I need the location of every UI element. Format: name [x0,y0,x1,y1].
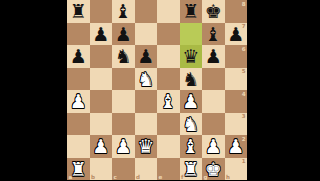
square-d4[interactable] [135,90,158,113]
square-c2[interactable]: ♟ [112,135,135,158]
piece-white-rook[interactable]: ♜ [67,158,90,181]
square-d1[interactable]: d [135,158,158,181]
square-g5[interactable] [202,68,225,91]
square-a3[interactable] [67,113,90,136]
file-label-h: h [226,174,230,180]
square-g1[interactable]: g♚ [202,158,225,181]
square-g7[interactable]: ♝ [202,23,225,46]
square-g4[interactable] [202,90,225,113]
square-e6[interactable] [157,45,180,68]
piece-white-pawn[interactable]: ♟ [225,135,248,158]
board-stage: ♜♝♜♚8♟♟♝7♟♟♞♟♛♟6♞♞5♟♝♟4♞3♟♟♛♝♟2♟a♜bcdef♜… [0,0,320,180]
file-label-b: b [91,174,95,180]
square-a1[interactable]: a♜ [67,158,90,181]
piece-white-pawn[interactable]: ♟ [67,90,90,113]
piece-black-rook[interactable]: ♜ [180,0,203,23]
square-h6[interactable]: 6 [225,45,248,68]
square-b4[interactable] [90,90,113,113]
square-e2[interactable] [157,135,180,158]
square-h2[interactable]: 2♟ [225,135,248,158]
piece-white-pawn[interactable]: ♟ [112,135,135,158]
square-g8[interactable]: ♚ [202,0,225,23]
square-c3[interactable] [112,113,135,136]
square-g6[interactable]: ♟ [202,45,225,68]
piece-black-pawn[interactable]: ♟ [225,23,248,46]
square-c4[interactable] [112,90,135,113]
square-a7[interactable] [67,23,90,46]
square-b1[interactable]: b [90,158,113,181]
square-f4[interactable]: ♟ [180,90,203,113]
square-b7[interactable]: ♟ [90,23,113,46]
piece-white-king[interactable]: ♚ [202,158,225,181]
square-c7[interactable]: ♟ [112,23,135,46]
square-e1[interactable]: e [157,158,180,181]
piece-black-pawn[interactable]: ♟ [90,23,113,46]
square-a5[interactable] [67,68,90,91]
square-f1[interactable]: f♜ [180,158,203,181]
square-c1[interactable]: c [112,158,135,181]
piece-black-pawn[interactable]: ♟ [202,45,225,68]
piece-black-bishop[interactable]: ♝ [112,0,135,23]
square-a2[interactable] [67,135,90,158]
piece-black-pawn[interactable]: ♟ [112,23,135,46]
piece-white-knight[interactable]: ♞ [135,68,158,91]
chess-board: ♜♝♜♚8♟♟♝7♟♟♞♟♛♟6♞♞5♟♝♟4♞3♟♟♛♝♟2♟a♜bcdef♜… [67,0,247,180]
piece-white-rook[interactable]: ♜ [180,158,203,181]
file-label-e: e [159,174,163,180]
square-e5[interactable] [157,68,180,91]
square-h7[interactable]: 7♟ [225,23,248,46]
piece-black-knight[interactable]: ♞ [180,68,203,91]
square-b5[interactable] [90,68,113,91]
square-h8[interactable]: 8 [225,0,248,23]
piece-white-pawn[interactable]: ♟ [202,135,225,158]
rank-label-1: 1 [242,158,246,164]
square-c6[interactable]: ♞ [112,45,135,68]
square-e4[interactable]: ♝ [157,90,180,113]
rank-label-4: 4 [242,91,246,97]
square-c5[interactable] [112,68,135,91]
square-h1[interactable]: 1h [225,158,248,181]
piece-black-knight[interactable]: ♞ [112,45,135,68]
rank-label-6: 6 [242,46,246,52]
square-g2[interactable]: ♟ [202,135,225,158]
file-label-d: d [136,174,140,180]
square-e8[interactable] [157,0,180,23]
square-f6[interactable]: ♛ [180,45,203,68]
square-c8[interactable]: ♝ [112,0,135,23]
square-b6[interactable] [90,45,113,68]
square-a8[interactable]: ♜ [67,0,90,23]
square-e3[interactable] [157,113,180,136]
square-h3[interactable]: 3 [225,113,248,136]
square-d6[interactable]: ♟ [135,45,158,68]
square-b2[interactable]: ♟ [90,135,113,158]
square-b8[interactable] [90,0,113,23]
piece-black-pawn[interactable]: ♟ [67,45,90,68]
square-f7[interactable] [180,23,203,46]
piece-black-rook[interactable]: ♜ [67,0,90,23]
square-e7[interactable] [157,23,180,46]
piece-black-queen[interactable]: ♛ [180,45,203,68]
square-h5[interactable]: 5 [225,68,248,91]
piece-white-queen[interactable]: ♛ [135,135,158,158]
piece-black-pawn[interactable]: ♟ [135,45,158,68]
piece-white-bishop[interactable]: ♝ [157,90,180,113]
square-d7[interactable] [135,23,158,46]
rank-label-8: 8 [242,1,246,7]
piece-black-king[interactable]: ♚ [202,0,225,23]
square-f2[interactable]: ♝ [180,135,203,158]
square-b3[interactable] [90,113,113,136]
square-h4[interactable]: 4 [225,90,248,113]
piece-white-pawn[interactable]: ♟ [90,135,113,158]
square-a6[interactable]: ♟ [67,45,90,68]
square-d3[interactable] [135,113,158,136]
square-a4[interactable]: ♟ [67,90,90,113]
square-d2[interactable]: ♛ [135,135,158,158]
piece-white-pawn[interactable]: ♟ [180,90,203,113]
square-d5[interactable]: ♞ [135,68,158,91]
piece-black-bishop[interactable]: ♝ [202,23,225,46]
rank-label-3: 3 [242,113,246,119]
square-g3[interactable] [202,113,225,136]
piece-white-knight[interactable]: ♞ [180,113,203,136]
square-d8[interactable] [135,0,158,23]
square-f8[interactable]: ♜ [180,0,203,23]
piece-white-bishop[interactable]: ♝ [180,135,203,158]
square-f5[interactable]: ♞ [180,68,203,91]
square-f3[interactable]: ♞ [180,113,203,136]
rank-label-5: 5 [242,68,246,74]
file-label-c: c [114,174,117,180]
